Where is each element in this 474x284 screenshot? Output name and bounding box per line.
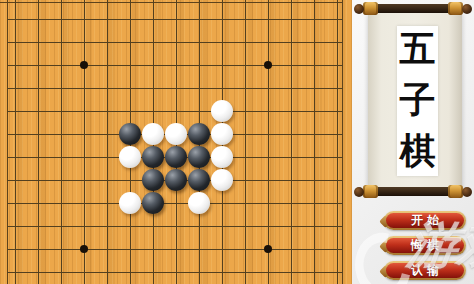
- grid-line: [7, 19, 343, 20]
- grid-line: [7, 88, 343, 89]
- black-stone[interactable]: [142, 169, 164, 191]
- white-stone[interactable]: [142, 123, 164, 145]
- star-point: [80, 61, 88, 69]
- grid-line: [7, 272, 343, 273]
- white-stone[interactable]: [211, 169, 233, 191]
- grid-line: [7, 226, 343, 227]
- black-stone[interactable]: [142, 192, 164, 214]
- white-stone[interactable]: [211, 100, 233, 122]
- roller-cap-icon: [363, 185, 378, 198]
- black-stone[interactable]: [119, 123, 141, 145]
- white-stone[interactable]: [211, 146, 233, 168]
- roller-knob-icon: [462, 187, 472, 197]
- grid-line: [7, 65, 343, 66]
- star-point: [80, 245, 88, 253]
- black-stone[interactable]: [165, 169, 187, 191]
- roller-knob-icon: [462, 4, 472, 14]
- roller-bar: [366, 4, 460, 13]
- black-stone[interactable]: [188, 146, 210, 168]
- roller-knob-icon: [354, 187, 364, 197]
- undo-button[interactable]: 悔棋: [384, 236, 466, 255]
- scroll-roller-top: [352, 1, 474, 17]
- title-char-1: 五: [397, 26, 438, 70]
- white-stone[interactable]: [211, 123, 233, 145]
- black-stone[interactable]: [142, 146, 164, 168]
- roller-cap-icon: [363, 2, 378, 15]
- title-scroll: 五 子 棋: [352, 0, 474, 202]
- gomoku-board[interactable]: [0, 0, 352, 284]
- white-stone[interactable]: [188, 192, 210, 214]
- black-stone[interactable]: [188, 169, 210, 191]
- black-stone[interactable]: [165, 146, 187, 168]
- grid-line: [7, 111, 343, 112]
- resign-button[interactable]: 认输: [384, 261, 466, 280]
- title-char-3: 棋: [397, 128, 438, 172]
- white-stone[interactable]: [119, 192, 141, 214]
- white-stone[interactable]: [119, 146, 141, 168]
- star-point: [264, 245, 272, 253]
- roller-cap-icon: [448, 2, 463, 15]
- roller-cap-icon: [448, 185, 463, 198]
- title-char-2: 子: [397, 77, 438, 121]
- grid-line: [7, 249, 343, 250]
- black-stone[interactable]: [188, 123, 210, 145]
- side-panel: 五 子 棋 开始 悔棋 认输: [352, 0, 474, 284]
- undo-button-label: 悔棋: [386, 238, 464, 253]
- gomoku-app: 五 子 棋 开始 悔棋 认输: [0, 0, 474, 284]
- start-button-label: 开始: [386, 213, 464, 228]
- white-stone[interactable]: [165, 123, 187, 145]
- star-point: [264, 61, 272, 69]
- scroll-roller-bottom: [352, 184, 474, 200]
- roller-bar: [366, 187, 460, 196]
- start-button[interactable]: 开始: [384, 211, 466, 230]
- grid-line: [7, 203, 343, 204]
- grid-line: [7, 42, 343, 43]
- resign-button-label: 认输: [386, 263, 464, 278]
- roller-knob-icon: [354, 4, 364, 14]
